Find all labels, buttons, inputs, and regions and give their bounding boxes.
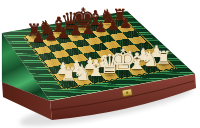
piece-shadow	[59, 38, 67, 40]
piece-shadow	[47, 40, 55, 42]
piece-shadow	[72, 36, 80, 38]
piece-shadow	[63, 82, 74, 84]
piece-shadow	[86, 70, 95, 72]
chess-set-product-photo: ♜♞♝♛♚♝♞♜♟♟♟♟♟♟♟♟♟♟♟♟♟♟♟♟♜♞♝♛♚♝♞♜	[0, 0, 200, 128]
piece-shadow	[113, 65, 122, 67]
piece-shadow	[126, 62, 135, 64]
piece-shadow	[84, 34, 92, 36]
piece-shadow	[152, 58, 161, 60]
piece-shadow	[90, 76, 103, 79]
piece-shadow	[53, 32, 65, 35]
piece-shadow	[139, 60, 148, 62]
piece-shadow	[115, 21, 124, 23]
pieces-layer: ♜♞♝♛♚♝♞♜♟♟♟♟♟♟♟♟♟♟♟♟♟♟♟♟♜♞♝♛♚♝♞♜	[0, 0, 200, 128]
piece-shadow	[41, 34, 52, 37]
piece-shadow	[102, 23, 113, 25]
piece-shadow	[34, 43, 42, 45]
piece-shadow	[72, 72, 81, 74]
piece-shadow	[121, 27, 129, 29]
piece-shadow	[59, 75, 68, 77]
piece-shadow	[29, 37, 39, 39]
piece-shadow	[144, 66, 156, 69]
piece-shadow	[102, 73, 117, 76]
piece-shadow	[90, 26, 102, 29]
piece-shadow	[97, 32, 105, 34]
piece-shadow	[76, 79, 88, 82]
piece-shadow	[130, 69, 143, 72]
piece-shadow	[109, 29, 117, 31]
piece-shadow	[159, 64, 169, 66]
piece-shadow	[76, 27, 91, 31]
piece-shadow	[115, 71, 132, 75]
piece-shadow	[99, 67, 108, 69]
